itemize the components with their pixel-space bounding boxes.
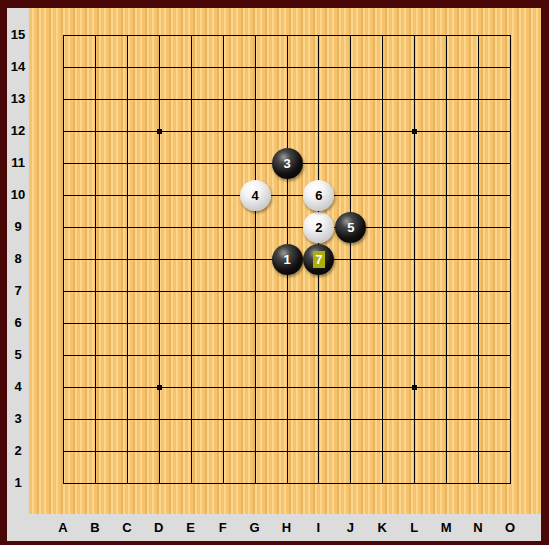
col-label-L: L: [403, 520, 425, 536]
stone-number: 5: [347, 220, 354, 235]
grid-line-horizontal: [63, 451, 511, 452]
col-label-K: K: [371, 520, 393, 536]
stone-6-white-I10[interactable]: 6: [303, 180, 334, 211]
row-label-9: 9: [7, 219, 29, 235]
row-label-11: 11: [7, 155, 29, 171]
row-label-13: 13: [7, 91, 29, 107]
col-label-N: N: [467, 520, 489, 536]
stone-number: 6: [315, 188, 322, 203]
stone-2-white-I9[interactable]: 2: [303, 212, 334, 243]
grid-line-vertical: [446, 35, 447, 484]
col-label-G: G: [244, 520, 266, 536]
grid-line-horizontal: [63, 291, 511, 292]
star-point-D12: [157, 129, 162, 134]
stone-number: 3: [283, 156, 290, 171]
stone-3-black-H11[interactable]: 3: [272, 148, 303, 179]
row-label-8: 8: [7, 251, 29, 267]
stone-1-black-H8[interactable]: 1: [272, 244, 303, 275]
grid-line-horizontal: [63, 419, 511, 420]
col-label-A: A: [52, 520, 74, 536]
col-label-O: O: [499, 520, 521, 536]
grid-line-horizontal: [63, 355, 511, 356]
col-label-E: E: [180, 520, 202, 536]
row-label-4: 4: [7, 379, 29, 395]
row-label-7: 7: [7, 283, 29, 299]
col-label-I: I: [307, 520, 329, 536]
row-label-14: 14: [7, 59, 29, 75]
row-label-5: 5: [7, 347, 29, 363]
row-label-15: 15: [7, 27, 29, 43]
col-label-J: J: [339, 520, 361, 536]
stone-number: 4: [251, 188, 258, 203]
col-label-D: D: [148, 520, 170, 536]
col-label-C: C: [116, 520, 138, 536]
grid-line-horizontal: [63, 323, 511, 324]
grid-line-horizontal: [63, 483, 511, 484]
stone-number: 1: [283, 252, 290, 267]
col-label-F: F: [212, 520, 234, 536]
col-label-M: M: [435, 520, 457, 536]
grid-line-horizontal: [63, 387, 511, 388]
grid-line-vertical: [350, 35, 351, 484]
row-label-3: 3: [7, 411, 29, 427]
row-label-1: 1: [7, 475, 29, 491]
col-label-B: B: [84, 520, 106, 536]
col-label-H: H: [276, 520, 298, 536]
row-label-10: 10: [7, 187, 29, 203]
go-board-diagram: 1234567 151413121110987654321ABCDEFGHIJK…: [0, 0, 549, 545]
stone-number: 2: [315, 220, 322, 235]
row-label-12: 12: [7, 123, 29, 139]
row-label-6: 6: [7, 315, 29, 331]
grid-line-vertical: [478, 35, 479, 484]
row-coordinates-strip: [7, 8, 29, 541]
grid-line-vertical: [510, 35, 511, 484]
stone-5-black-J9[interactable]: 5: [335, 212, 366, 243]
star-point-D4: [157, 385, 162, 390]
star-point-L4: [412, 385, 417, 390]
stone-number-last-move: 7: [313, 251, 325, 268]
stone-7-black-I8[interactable]: 7: [303, 244, 334, 275]
board-surface[interactable]: 1234567: [29, 8, 541, 514]
grid-line-vertical: [414, 35, 415, 484]
row-label-2: 2: [7, 443, 29, 459]
star-point-L12: [412, 129, 417, 134]
grid-line-vertical: [382, 35, 383, 484]
stone-4-white-G10[interactable]: 4: [240, 180, 271, 211]
